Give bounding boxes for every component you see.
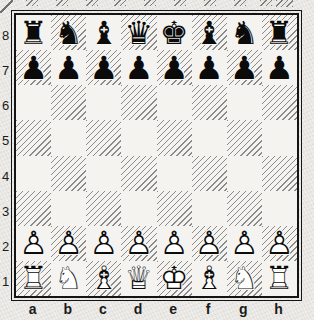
piece-white-pawn-fill: ♟: [262, 226, 297, 261]
piece-black-knight[interactable]: ♞: [51, 15, 86, 50]
piece-white-bishop-outline: ♗: [192, 261, 227, 296]
square-c2[interactable]: ♟♙: [86, 226, 121, 261]
piece-black-knight-glyph: ♞: [51, 15, 86, 50]
square-h6[interactable]: [262, 85, 297, 120]
scan-artifact-tick: [26, 0, 38, 6]
piece-white-pawn-fill: ♟: [86, 226, 121, 261]
square-g7[interactable]: ♟: [227, 50, 262, 85]
piece-black-knight[interactable]: ♞: [227, 15, 262, 50]
file-label-a: a: [15, 300, 50, 318]
scan-artifact-tick: [114, 0, 126, 6]
piece-white-pawn[interactable]: ♟♙: [51, 226, 86, 261]
square-h2[interactable]: ♟♙: [262, 226, 297, 261]
piece-black-king-glyph: ♚: [157, 15, 192, 50]
piece-white-pawn-outline: ♙: [121, 226, 156, 261]
piece-white-pawn-fill: ♟: [51, 226, 86, 261]
piece-black-rook-glyph: ♜: [262, 15, 297, 50]
square-g4[interactable]: [227, 156, 262, 191]
square-a7[interactable]: ♟: [16, 50, 51, 85]
piece-white-pawn-outline: ♙: [192, 226, 227, 261]
square-h4[interactable]: [262, 156, 297, 191]
piece-white-bishop[interactable]: ♝♗: [192, 261, 227, 296]
file-label-h: h: [261, 300, 296, 318]
chess-diagram-page: 8 7 6 5 4 3 2 1 ♜♞♝♛♚♝♞♜♟♟♟♟♟♟♟♟♟♙♟♙♟♙♟♙…: [0, 0, 314, 320]
piece-black-pawn[interactable]: ♟: [227, 50, 262, 85]
piece-white-pawn-outline: ♙: [157, 226, 192, 261]
square-b4[interactable]: [51, 156, 86, 191]
piece-black-queen-glyph: ♛: [121, 15, 156, 50]
piece-white-knight[interactable]: ♞♘: [51, 261, 86, 296]
square-d2[interactable]: ♟♙: [121, 226, 156, 261]
piece-black-bishop[interactable]: ♝: [192, 15, 227, 50]
square-f7[interactable]: ♟: [192, 50, 227, 85]
piece-white-pawn-fill: ♟: [157, 226, 192, 261]
chess-board-inner-frame: ♜♞♝♛♚♝♞♜♟♟♟♟♟♟♟♟♟♙♟♙♟♙♟♙♟♙♟♙♟♙♟♙♜♖♞♘♝♗♛♕…: [14, 13, 299, 298]
file-label-e: e: [156, 300, 191, 318]
square-g6[interactable]: [227, 85, 262, 120]
piece-white-king-fill: ♚: [157, 261, 192, 296]
square-c4[interactable]: [86, 156, 121, 191]
piece-white-bishop-outline: ♗: [86, 261, 121, 296]
piece-white-pawn[interactable]: ♟♙: [227, 226, 262, 261]
file-label-c: c: [85, 300, 120, 318]
piece-white-rook-fill: ♜: [16, 261, 51, 296]
rank-label-3: 3: [0, 194, 11, 229]
square-d4[interactable]: [121, 156, 156, 191]
scan-artifact-tick: [144, 0, 156, 6]
square-d3[interactable]: [121, 191, 156, 226]
scan-artifact-tick: [276, 0, 293, 7]
square-g2[interactable]: ♟♙: [227, 226, 262, 261]
piece-black-pawn[interactable]: ♟: [121, 50, 156, 85]
square-b7[interactable]: ♟: [51, 50, 86, 85]
file-label-f: f: [191, 300, 226, 318]
scan-artifact-tick: [234, 0, 246, 6]
piece-black-pawn[interactable]: ♟: [157, 50, 192, 85]
piece-white-knight[interactable]: ♞♘: [227, 261, 262, 296]
square-e2[interactable]: ♟♙: [157, 226, 192, 261]
piece-white-bishop-fill: ♝: [192, 261, 227, 296]
piece-black-pawn[interactable]: ♟: [51, 50, 86, 85]
square-h8[interactable]: ♜: [262, 15, 297, 50]
piece-white-pawn[interactable]: ♟♙: [262, 226, 297, 261]
piece-black-pawn[interactable]: ♟: [86, 50, 121, 85]
square-a6[interactable]: [16, 85, 51, 120]
square-a5[interactable]: [16, 120, 51, 155]
piece-black-rook-glyph: ♜: [16, 15, 51, 50]
square-g3[interactable]: [227, 191, 262, 226]
piece-black-king[interactable]: ♚: [157, 15, 192, 50]
piece-white-pawn[interactable]: ♟♙: [86, 226, 121, 261]
scan-artifact-tick: [260, 0, 272, 6]
rank-label-8: 8: [0, 18, 11, 53]
piece-white-queen-outline: ♕: [121, 261, 156, 296]
file-labels: a b c d e f g h: [15, 300, 296, 318]
piece-black-pawn[interactable]: ♟: [262, 50, 297, 85]
piece-black-bishop-glyph: ♝: [86, 15, 121, 50]
chess-board: ♜♞♝♛♚♝♞♜♟♟♟♟♟♟♟♟♟♙♟♙♟♙♟♙♟♙♟♙♟♙♟♙♜♖♞♘♝♗♛♕…: [16, 15, 297, 296]
piece-black-pawn-glyph: ♟: [86, 50, 121, 85]
piece-black-pawn-glyph: ♟: [192, 50, 227, 85]
square-b3[interactable]: [51, 191, 86, 226]
piece-black-pawn[interactable]: ♟: [16, 50, 51, 85]
square-f1[interactable]: ♝♗: [192, 261, 227, 296]
rank-labels: 8 7 6 5 4 3 2 1: [0, 15, 11, 296]
square-a1[interactable]: ♜♖: [16, 261, 51, 296]
piece-white-pawn[interactable]: ♟♙: [157, 226, 192, 261]
piece-white-rook-fill: ♜: [262, 261, 297, 296]
piece-white-pawn-outline: ♙: [86, 226, 121, 261]
chess-board-frame: ♜♞♝♛♚♝♞♜♟♟♟♟♟♟♟♟♟♙♟♙♟♙♟♙♟♙♟♙♟♙♟♙♜♖♞♘♝♗♛♕…: [11, 10, 302, 301]
square-e8[interactable]: ♚: [157, 15, 192, 50]
piece-black-rook[interactable]: ♜: [16, 15, 51, 50]
square-a3[interactable]: [16, 191, 51, 226]
square-d7[interactable]: ♟: [121, 50, 156, 85]
square-h3[interactable]: [262, 191, 297, 226]
piece-white-pawn-fill: ♟: [227, 226, 262, 261]
piece-black-bishop[interactable]: ♝: [86, 15, 121, 50]
square-d5[interactable]: [121, 120, 156, 155]
piece-black-knight-glyph: ♞: [227, 15, 262, 50]
piece-white-bishop-fill: ♝: [86, 261, 121, 296]
square-e3[interactable]: [157, 191, 192, 226]
piece-white-pawn-fill: ♟: [16, 226, 51, 261]
piece-black-queen[interactable]: ♛: [121, 15, 156, 50]
file-label-g: g: [226, 300, 261, 318]
square-f8[interactable]: ♝: [192, 15, 227, 50]
piece-black-pawn-glyph: ♟: [16, 50, 51, 85]
scan-artifact-tick: [86, 0, 98, 6]
square-h7[interactable]: ♟: [262, 50, 297, 85]
rank-label-6: 6: [0, 88, 11, 123]
square-a4[interactable]: [16, 156, 51, 191]
file-label-b: b: [50, 300, 85, 318]
square-f5[interactable]: [192, 120, 227, 155]
piece-black-rook[interactable]: ♜: [262, 15, 297, 50]
piece-white-pawn-outline: ♙: [262, 226, 297, 261]
square-e1[interactable]: ♚♔: [157, 261, 192, 296]
piece-white-rook-outline: ♖: [16, 261, 51, 296]
square-f4[interactable]: [192, 156, 227, 191]
square-e4[interactable]: [157, 156, 192, 191]
piece-black-bishop-glyph: ♝: [192, 15, 227, 50]
square-d1[interactable]: ♛♕: [121, 261, 156, 296]
file-label-d: d: [120, 300, 155, 318]
piece-black-pawn-glyph: ♟: [157, 50, 192, 85]
square-a2[interactable]: ♟♙: [16, 226, 51, 261]
square-c1[interactable]: ♝♗: [86, 261, 121, 296]
rank-label-4: 4: [0, 159, 11, 194]
square-b8[interactable]: ♞: [51, 15, 86, 50]
piece-white-pawn-outline: ♙: [16, 226, 51, 261]
square-h5[interactable]: [262, 120, 297, 155]
piece-white-king-outline: ♔: [157, 261, 192, 296]
piece-white-queen[interactable]: ♛♕: [121, 261, 156, 296]
square-b2[interactable]: ♟♙: [51, 226, 86, 261]
rank-label-1: 1: [0, 264, 11, 299]
piece-black-pawn[interactable]: ♟: [192, 50, 227, 85]
piece-black-pawn-glyph: ♟: [227, 50, 262, 85]
square-g8[interactable]: ♞: [227, 15, 262, 50]
square-f2[interactable]: ♟♙: [192, 226, 227, 261]
scan-artifact-tick: [204, 0, 216, 6]
rank-label-7: 7: [0, 53, 11, 88]
piece-white-queen-fill: ♛: [121, 261, 156, 296]
piece-black-pawn-glyph: ♟: [262, 50, 297, 85]
square-a8[interactable]: ♜: [16, 15, 51, 50]
piece-white-bishop[interactable]: ♝♗: [86, 261, 121, 296]
piece-black-pawn-glyph: ♟: [121, 50, 156, 85]
scan-artifact-tick: [56, 0, 68, 6]
piece-white-king[interactable]: ♚♔: [157, 261, 192, 296]
square-c5[interactable]: [86, 120, 121, 155]
square-h1[interactable]: ♜♖: [262, 261, 297, 296]
piece-white-knight-fill: ♞: [227, 261, 262, 296]
piece-white-pawn[interactable]: ♟♙: [192, 226, 227, 261]
rank-label-2: 2: [0, 229, 11, 264]
square-e6[interactable]: [157, 85, 192, 120]
piece-white-knight-fill: ♞: [51, 261, 86, 296]
square-g1[interactable]: ♞♘: [227, 261, 262, 296]
square-c6[interactable]: [86, 85, 121, 120]
piece-white-rook[interactable]: ♜♖: [262, 261, 297, 296]
square-f6[interactable]: [192, 85, 227, 120]
square-f3[interactable]: [192, 191, 227, 226]
piece-white-pawn-fill: ♟: [121, 226, 156, 261]
square-e7[interactable]: ♟: [157, 50, 192, 85]
piece-white-pawn-outline: ♙: [51, 226, 86, 261]
square-d6[interactable]: [121, 85, 156, 120]
piece-white-pawn[interactable]: ♟♙: [16, 226, 51, 261]
piece-white-pawn-fill: ♟: [192, 226, 227, 261]
rank-label-5: 5: [0, 123, 11, 158]
piece-white-pawn-outline: ♙: [227, 226, 262, 261]
square-c8[interactable]: ♝: [86, 15, 121, 50]
square-b6[interactable]: [51, 85, 86, 120]
scan-artifact-tick: [174, 0, 186, 6]
piece-white-rook-outline: ♖: [262, 261, 297, 296]
square-g5[interactable]: [227, 120, 262, 155]
piece-white-knight-outline: ♘: [227, 261, 262, 296]
square-b5[interactable]: [51, 120, 86, 155]
square-c3[interactable]: [86, 191, 121, 226]
square-c7[interactable]: ♟: [86, 50, 121, 85]
piece-white-rook[interactable]: ♜♖: [16, 261, 51, 296]
piece-white-pawn[interactable]: ♟♙: [121, 226, 156, 261]
piece-black-pawn-glyph: ♟: [51, 50, 86, 85]
square-b1[interactable]: ♞♘: [51, 261, 86, 296]
piece-white-knight-outline: ♘: [51, 261, 86, 296]
square-e5[interactable]: [157, 120, 192, 155]
square-d8[interactable]: ♛: [121, 15, 156, 50]
